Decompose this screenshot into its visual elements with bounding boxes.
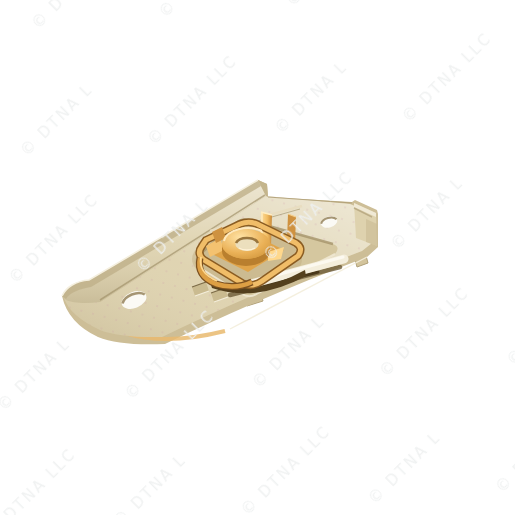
product-render: © DTNA LLC © DTNA LLC [0, 0, 515, 515]
render-canvas: © DTNA LLC © DTNA LLC [0, 0, 515, 515]
watermark-overlay [0, 0, 515, 515]
